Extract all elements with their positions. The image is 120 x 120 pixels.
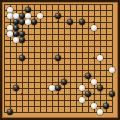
hoshi-point [57, 21, 59, 23]
go-board[interactable] [0, 0, 120, 120]
black-stone [109, 91, 116, 98]
hoshi-point [93, 21, 95, 23]
black-stone [7, 109, 14, 116]
hoshi-point [93, 57, 95, 59]
hoshi-point [21, 93, 23, 95]
hoshi-point [57, 93, 59, 95]
go-app-window [0, 0, 120, 120]
white-stone [97, 109, 104, 116]
hoshi-point [93, 93, 95, 95]
white-stone [109, 67, 116, 74]
